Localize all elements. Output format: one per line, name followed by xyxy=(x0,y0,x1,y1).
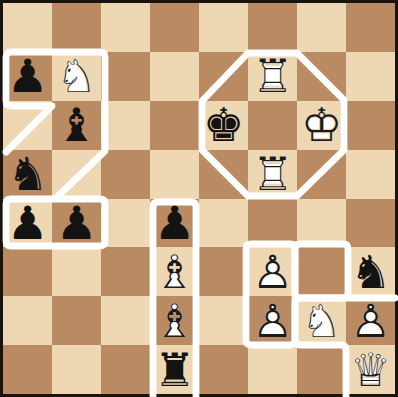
piece-glyph: ♟ xyxy=(150,198,199,247)
piece-outline-glyph: ♘ xyxy=(52,51,101,100)
piece-outline-glyph: ♗ xyxy=(150,296,199,345)
black-knight-a5[interactable]: ♞ xyxy=(3,150,52,199)
white-rook-f7[interactable]: ♜♖ xyxy=(248,52,297,101)
piece-outline-glyph: ♖ xyxy=(248,149,297,198)
piece-outline-glyph: ♖ xyxy=(248,51,297,100)
black-pawn-b4[interactable]: ♟ xyxy=(52,199,101,248)
white-bishop-d3[interactable]: ♝♗ xyxy=(150,248,199,297)
white-knight-b7[interactable]: ♞♘ xyxy=(52,52,101,101)
white-pawn-f2[interactable]: ♟♙ xyxy=(248,297,297,346)
piece-glyph: ♚ xyxy=(199,100,248,149)
piece-glyph: ♟ xyxy=(3,51,52,100)
piece-outline-glyph: ♗ xyxy=(150,247,199,296)
white-bishop-d2[interactable]: ♝♗ xyxy=(150,297,199,346)
chess-diagram: ♟♞♘♜♖♝♚♚♔♞♜♖♟♟♟♝♗♟♙♞♝♗♟♙♞♘♟♙♜♛♕ xyxy=(0,0,398,397)
white-queen-h1[interactable]: ♛♕ xyxy=(346,346,395,395)
black-rook-d1[interactable]: ♜ xyxy=(150,346,199,395)
piece-glyph: ♞ xyxy=(346,247,395,296)
piece-glyph: ♜ xyxy=(150,345,199,394)
piece-glyph: ♝ xyxy=(52,100,101,149)
piece-outline-glyph: ♙ xyxy=(248,247,297,296)
piece-outline-glyph: ♕ xyxy=(346,345,395,394)
piece-outline-glyph: ♔ xyxy=(297,100,346,149)
black-bishop-b6[interactable]: ♝ xyxy=(52,101,101,150)
piece-outline-glyph: ♙ xyxy=(248,296,297,345)
piece-outline-glyph: ♙ xyxy=(346,296,395,345)
white-king-g6[interactable]: ♚♔ xyxy=(297,101,346,150)
black-knight-h3[interactable]: ♞ xyxy=(346,248,395,297)
black-pawn-a4[interactable]: ♟ xyxy=(3,199,52,248)
piece-glyph: ♟ xyxy=(3,198,52,247)
white-rook-f5[interactable]: ♜♖ xyxy=(248,150,297,199)
piece-layer: ♟♞♘♜♖♝♚♚♔♞♜♖♟♟♟♝♗♟♙♞♝♗♟♙♞♘♟♙♜♛♕ xyxy=(0,0,398,397)
black-pawn-a7[interactable]: ♟ xyxy=(3,52,52,101)
white-knight-g2[interactable]: ♞♘ xyxy=(297,297,346,346)
piece-outline-glyph: ♘ xyxy=(297,296,346,345)
piece-glyph: ♞ xyxy=(3,149,52,198)
piece-glyph: ♟ xyxy=(52,198,101,247)
black-pawn-d4[interactable]: ♟ xyxy=(150,199,199,248)
black-king-e6[interactable]: ♚ xyxy=(199,101,248,150)
white-pawn-h2[interactable]: ♟♙ xyxy=(346,297,395,346)
white-pawn-f3[interactable]: ♟♙ xyxy=(248,248,297,297)
